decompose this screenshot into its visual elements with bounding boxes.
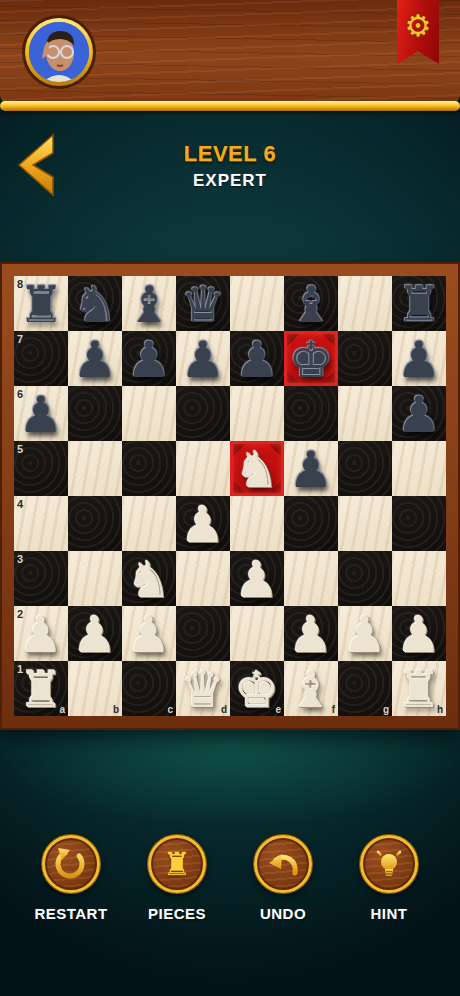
white-knight[interactable]: ♞ (230, 444, 284, 496)
square-c6[interactable] (122, 386, 176, 441)
square-f5[interactable]: ♟ (284, 441, 338, 496)
black-pawn[interactable]: ♟ (392, 334, 446, 386)
square-e8[interactable] (230, 276, 284, 331)
square-d2[interactable] (176, 606, 230, 661)
square-h8[interactable]: ♜ (392, 276, 446, 331)
white-pawn[interactable]: ♟ (176, 499, 230, 551)
restart-button[interactable] (42, 835, 100, 893)
white-bishop[interactable]: ♝ (284, 664, 338, 716)
rank-label-3: 3 (17, 553, 23, 565)
level-title: LEVEL 6 (0, 141, 460, 167)
square-f1[interactable]: f♝ (284, 661, 338, 716)
square-c5[interactable] (122, 441, 176, 496)
square-h3[interactable] (392, 551, 446, 606)
square-e7[interactable]: ♟ (230, 331, 284, 386)
square-b2[interactable]: ♟ (68, 606, 122, 661)
lightbulb-icon (371, 846, 407, 882)
restart-label: RESTART (34, 905, 107, 922)
black-pawn[interactable]: ♟ (68, 334, 122, 386)
square-e4[interactable] (230, 496, 284, 551)
square-e5[interactable]: ♞ (230, 441, 284, 496)
black-pawn[interactable]: ♟ (230, 334, 284, 386)
white-queen[interactable]: ♛ (176, 664, 230, 716)
white-rook[interactable]: ♜ (14, 664, 68, 716)
square-b4[interactable] (68, 496, 122, 551)
square-a6[interactable]: 6♟ (14, 386, 68, 441)
square-e3[interactable]: ♟ (230, 551, 284, 606)
square-f3[interactable] (284, 551, 338, 606)
file-label-g: g (383, 704, 389, 715)
square-d3[interactable] (176, 551, 230, 606)
white-pawn[interactable]: ♟ (284, 609, 338, 661)
black-pawn[interactable]: ♟ (176, 334, 230, 386)
white-pawn[interactable]: ♟ (338, 609, 392, 661)
black-rook[interactable]: ♜ (392, 279, 446, 331)
square-c7[interactable]: ♟ (122, 331, 176, 386)
square-g2[interactable]: ♟ (338, 606, 392, 661)
square-a2[interactable]: 2♟ (14, 606, 68, 661)
square-d4[interactable]: ♟ (176, 496, 230, 551)
restart-arrow-icon (54, 847, 88, 881)
square-g6[interactable] (338, 386, 392, 441)
square-f7[interactable]: ♚ (284, 331, 338, 386)
action-bar: RESTART ♜ PIECES UNDO (0, 835, 460, 922)
square-h6[interactable]: ♟ (392, 386, 446, 441)
square-f8[interactable]: ♝ (284, 276, 338, 331)
gear-icon[interactable]: ⚙ (405, 0, 432, 52)
square-c3[interactable]: ♞ (122, 551, 176, 606)
square-a1[interactable]: 1a♜ (14, 661, 68, 716)
square-c8[interactable]: ♝ (122, 276, 176, 331)
black-bishop[interactable]: ♝ (284, 279, 338, 331)
black-knight[interactable]: ♞ (68, 279, 122, 331)
rank-label-7: 7 (17, 333, 23, 345)
rook-icon: ♜ (163, 848, 192, 880)
square-a7[interactable]: 7 (14, 331, 68, 386)
rank-label-5: 5 (17, 443, 23, 455)
white-pawn[interactable]: ♟ (392, 609, 446, 661)
hint-button[interactable] (360, 835, 418, 893)
chess-board[interactable]: 8♜♞♝♛♝♜7♟♟♟♟♚♟6♟♟5♞♟4♟3♞♟2♟♟♟♟♟♟1a♜bcd♛e… (2, 264, 458, 728)
square-d1[interactable]: d♛ (176, 661, 230, 716)
black-bishop[interactable]: ♝ (122, 279, 176, 331)
square-b8[interactable]: ♞ (68, 276, 122, 331)
square-b5[interactable] (68, 441, 122, 496)
black-pawn[interactable]: ♟ (284, 444, 338, 496)
level-difficulty: EXPERT (0, 171, 460, 191)
square-c2[interactable]: ♟ (122, 606, 176, 661)
file-label-b: b (113, 704, 119, 715)
white-pawn[interactable]: ♟ (230, 554, 284, 606)
square-c1[interactable]: c (122, 661, 176, 716)
square-d5[interactable] (176, 441, 230, 496)
square-e1[interactable]: e♚ (230, 661, 284, 716)
restart-action: RESTART (38, 835, 104, 922)
square-h4[interactable] (392, 496, 446, 551)
level-header: LEVEL 6 EXPERT (0, 141, 460, 191)
undo-arrow-icon (266, 847, 300, 881)
player-avatar[interactable] (20, 13, 98, 91)
black-king[interactable]: ♚ (284, 334, 338, 386)
pieces-button[interactable]: ♜ (148, 835, 206, 893)
square-h2[interactable]: ♟ (392, 606, 446, 661)
square-b7[interactable]: ♟ (68, 331, 122, 386)
rank-label-4: 4 (17, 498, 23, 510)
black-pawn[interactable]: ♟ (122, 334, 176, 386)
pieces-action: ♜ PIECES (144, 835, 210, 922)
square-e2[interactable] (230, 606, 284, 661)
black-rook[interactable]: ♜ (14, 279, 68, 331)
square-f4[interactable] (284, 496, 338, 551)
square-c4[interactable] (122, 496, 176, 551)
square-g8[interactable] (338, 276, 392, 331)
file-label-c: c (167, 704, 173, 715)
board-grid[interactable]: 8♜♞♝♛♝♜7♟♟♟♟♚♟6♟♟5♞♟4♟3♞♟2♟♟♟♟♟♟1a♜bcd♛e… (14, 276, 446, 716)
black-queen[interactable]: ♛ (176, 279, 230, 331)
black-pawn[interactable]: ♟ (14, 389, 68, 441)
header-gold-trim (0, 101, 460, 111)
square-g7[interactable] (338, 331, 392, 386)
square-g4[interactable] (338, 496, 392, 551)
square-h7[interactable]: ♟ (392, 331, 446, 386)
undo-button[interactable] (254, 835, 312, 893)
square-f6[interactable] (284, 386, 338, 441)
undo-label: UNDO (260, 905, 306, 922)
square-g1[interactable]: g (338, 661, 392, 716)
white-king[interactable]: ♚ (230, 664, 284, 716)
white-pawn[interactable]: ♟ (14, 609, 68, 661)
square-e6[interactable] (230, 386, 284, 441)
square-f2[interactable]: ♟ (284, 606, 338, 661)
pieces-label: PIECES (148, 905, 206, 922)
square-a8[interactable]: 8♜ (14, 276, 68, 331)
white-knight[interactable]: ♞ (122, 554, 176, 606)
square-a4[interactable]: 4 (14, 496, 68, 551)
square-b3[interactable] (68, 551, 122, 606)
hint-action: HINT (356, 835, 422, 922)
square-a5[interactable]: 5 (14, 441, 68, 496)
hint-label: HINT (371, 905, 408, 922)
square-g5[interactable] (338, 441, 392, 496)
square-a3[interactable]: 3 (14, 551, 68, 606)
square-h1[interactable]: h♜ (392, 661, 446, 716)
white-pawn[interactable]: ♟ (68, 609, 122, 661)
white-pawn[interactable]: ♟ (122, 609, 176, 661)
square-g3[interactable] (338, 551, 392, 606)
square-d6[interactable] (176, 386, 230, 441)
square-d7[interactable]: ♟ (176, 331, 230, 386)
square-h5[interactable] (392, 441, 446, 496)
square-b6[interactable] (68, 386, 122, 441)
square-d8[interactable]: ♛ (176, 276, 230, 331)
white-rook[interactable]: ♜ (392, 664, 446, 716)
square-b1[interactable]: b (68, 661, 122, 716)
black-pawn[interactable]: ♟ (392, 389, 446, 441)
undo-action: UNDO (250, 835, 316, 922)
